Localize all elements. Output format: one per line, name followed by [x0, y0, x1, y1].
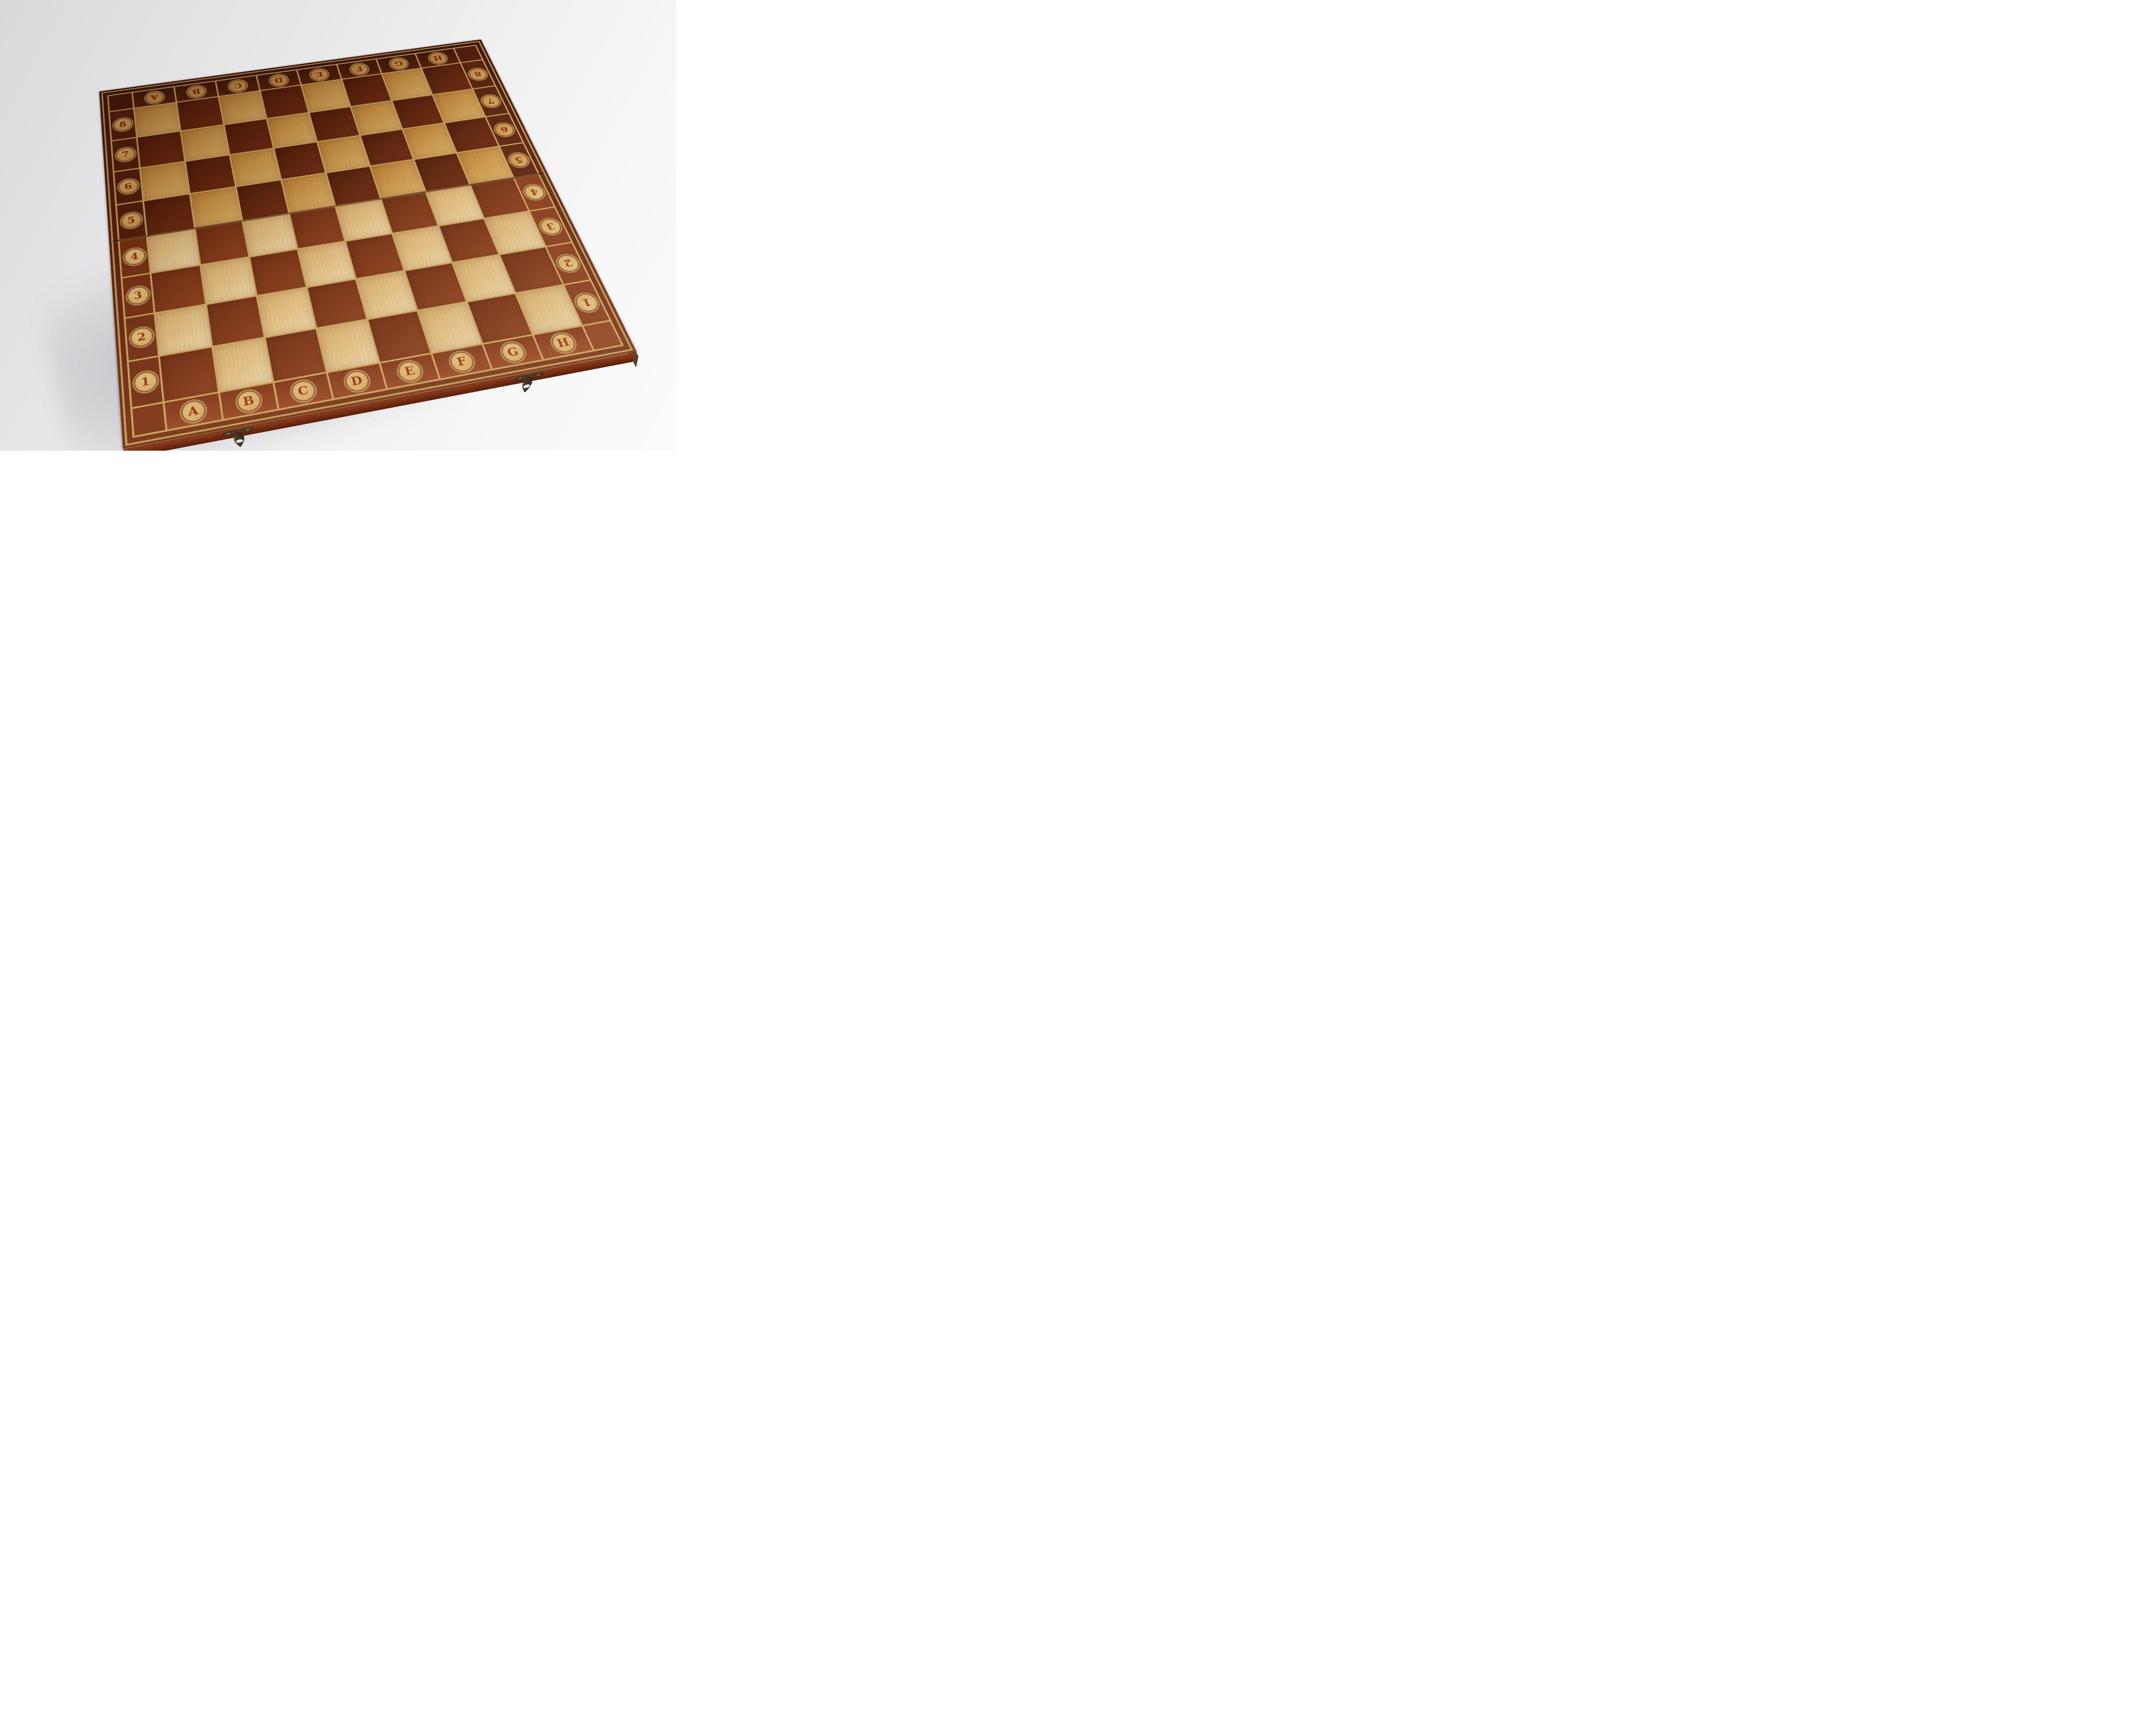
- square-e4[interactable]: [336, 199, 391, 240]
- coordinate-label: 5: [508, 153, 530, 167]
- square-d3[interactable]: [298, 242, 354, 286]
- border-corner-bottom-left: [132, 403, 166, 436]
- coordinate-label: B: [187, 85, 205, 98]
- coordinate-label: E: [310, 69, 328, 81]
- coordinate-label: C: [229, 79, 247, 92]
- square-d7[interactable]: [267, 113, 316, 147]
- square-e3[interactable]: [346, 234, 403, 278]
- board-outer-inlay-rim: ABCDEFGH8877665544332211ABCDEFGH: [101, 41, 633, 446]
- coordinate-label: F: [350, 63, 369, 75]
- square-b7[interactable]: [182, 125, 229, 161]
- coordinate-label: D: [344, 370, 370, 392]
- coordinate-label: C: [291, 380, 316, 402]
- square-d1[interactable]: [317, 320, 378, 372]
- coordinate-label: 8: [114, 118, 132, 132]
- square-b1[interactable]: [213, 339, 273, 392]
- coordinate-label: B: [236, 390, 261, 412]
- square-e7[interactable]: [310, 107, 359, 141]
- coordinate-label: G: [389, 57, 408, 69]
- coordinate-label: 7: [116, 147, 135, 162]
- rank-label-left-5: 5: [117, 201, 146, 239]
- square-a3[interactable]: [151, 266, 205, 312]
- coordinate-label: 5: [121, 212, 141, 229]
- square-f6[interactable]: [361, 130, 413, 166]
- square-d4[interactable]: [290, 207, 345, 248]
- border-corner-top-left: [109, 93, 133, 111]
- square-f7[interactable]: [351, 101, 401, 135]
- rank-label-left-2: 2: [125, 314, 158, 361]
- square-a7[interactable]: [138, 132, 184, 167]
- rank-label-left-3: 3: [122, 274, 154, 317]
- square-c8[interactable]: [219, 91, 266, 124]
- coordinate-label: 1: [134, 371, 157, 393]
- square-c4[interactable]: [243, 214, 297, 256]
- square-e6[interactable]: [318, 136, 369, 172]
- square-c1[interactable]: [266, 329, 326, 381]
- square-a1[interactable]: [160, 348, 218, 401]
- square-a6[interactable]: [141, 162, 189, 200]
- square-d2[interactable]: [308, 280, 367, 327]
- square-d8[interactable]: [261, 85, 308, 118]
- rank-label-left-7: 7: [112, 138, 139, 171]
- rank-label-left-8: 8: [110, 109, 136, 141]
- square-b3[interactable]: [201, 258, 256, 304]
- chess-board-box: ABCDEFGH8877665544332211ABCDEFGH: [100, 45, 634, 451]
- square-c7[interactable]: [225, 119, 273, 154]
- coordinate-label: 8: [468, 68, 488, 81]
- coordinate-label: 2: [131, 327, 153, 347]
- rank-label-left-6: 6: [114, 169, 142, 204]
- coordinate-label: H: [428, 52, 448, 64]
- square-a8[interactable]: [135, 103, 180, 137]
- square-c3[interactable]: [250, 250, 305, 295]
- border-corner-top-right: [454, 46, 482, 62]
- coordinate-label: 3: [538, 218, 562, 235]
- coordinate-label: 4: [124, 248, 145, 265]
- coordinate-label: G: [499, 342, 526, 362]
- board-grid: ABCDEFGH8877665544332211ABCDEFGH: [107, 45, 624, 438]
- coordinate-label: H: [550, 332, 577, 353]
- coordinate-label: 6: [119, 179, 138, 194]
- square-c6[interactable]: [231, 149, 280, 186]
- coordinate-label: D: [269, 74, 288, 86]
- square-a4[interactable]: [147, 229, 199, 273]
- latch-hook-icon: [509, 371, 544, 399]
- scene: ABCDEFGH8877665544332211ABCDEFGH: [0, 0, 676, 451]
- rank-label-left-1: 1: [129, 357, 163, 407]
- latch-hook-icon: [222, 427, 257, 451]
- coordinate-label: A: [181, 400, 205, 423]
- square-a2[interactable]: [156, 305, 211, 355]
- coordinate-label: 3: [127, 286, 148, 305]
- square-f8[interactable]: [342, 74, 391, 106]
- square-b6[interactable]: [186, 155, 235, 193]
- square-b2[interactable]: [207, 297, 263, 346]
- photo-background: ABCDEFGH8877665544332211ABCDEFGH: [0, 0, 676, 451]
- square-b4[interactable]: [196, 221, 248, 264]
- coordinate-label: 2: [555, 254, 580, 272]
- front-latch-right: [509, 371, 544, 399]
- square-e8[interactable]: [302, 80, 350, 112]
- coordinate-label: A: [145, 91, 163, 104]
- coordinate-label: 6: [493, 122, 515, 136]
- coordinate-label: F: [448, 351, 475, 372]
- square-e2[interactable]: [357, 272, 417, 319]
- coordinate-label: 1: [573, 293, 600, 312]
- square-d6[interactable]: [275, 142, 325, 179]
- coordinate-label: 7: [480, 94, 501, 107]
- square-c2[interactable]: [258, 288, 315, 336]
- square-b8[interactable]: [177, 97, 223, 130]
- front-latch-left: [222, 427, 257, 451]
- board-top-face: ABCDEFGH8877665544332211ABCDEFGH: [99, 40, 636, 449]
- coordinate-label: 4: [523, 184, 546, 200]
- coordinate-label: E: [397, 361, 423, 382]
- rank-label-left-4: 4: [119, 237, 149, 277]
